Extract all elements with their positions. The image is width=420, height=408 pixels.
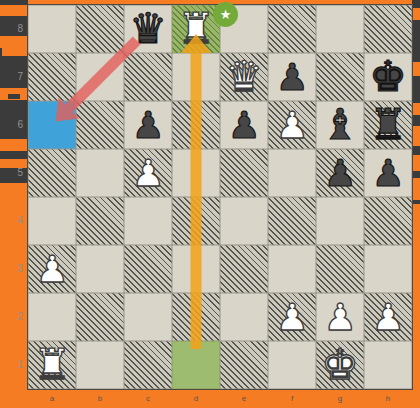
piece-white-queen-e7[interactable]: ♛ xyxy=(225,56,263,98)
rank-label-4: 4 xyxy=(0,197,23,245)
square-e2[interactable] xyxy=(220,293,268,341)
square-a1[interactable]: ♜ xyxy=(28,341,76,389)
square-b2[interactable] xyxy=(76,293,124,341)
square-h5[interactable]: ♟ xyxy=(364,149,412,197)
square-f8[interactable] xyxy=(268,5,316,53)
piece-black-pawn-f7[interactable]: ♟ xyxy=(275,59,308,96)
best-move-star-badge: ★ xyxy=(213,2,238,27)
chess-analysis-app: ♛♜♛♟♚♟♟♟♝♜♟♟♟♟♟♟♟♜♚ ★ 87654321abcdefgh xyxy=(0,0,420,408)
square-f7[interactable]: ♟ xyxy=(268,53,316,101)
square-f6[interactable]: ♟ xyxy=(268,101,316,149)
square-c3[interactable] xyxy=(124,245,172,293)
square-b7[interactable] xyxy=(76,53,124,101)
square-f2[interactable]: ♟ xyxy=(268,293,316,341)
green-move-highlight xyxy=(172,341,220,389)
square-e3[interactable] xyxy=(220,245,268,293)
decorative-piece-fragment xyxy=(412,8,420,20)
right-decor-panel xyxy=(412,0,420,204)
piece-white-pawn-c5[interactable]: ♟ xyxy=(131,155,164,192)
piece-white-pawn-f2[interactable]: ♟ xyxy=(275,299,308,336)
square-c4[interactable] xyxy=(124,197,172,245)
piece-black-pawn-h5[interactable]: ♟ xyxy=(371,155,404,192)
piece-white-king-g1[interactable]: ♚ xyxy=(321,344,359,386)
square-g3[interactable] xyxy=(316,245,364,293)
decorative-piece-fragment xyxy=(412,62,420,76)
piece-black-rook-h6[interactable]: ♜ xyxy=(369,104,407,146)
square-a6[interactable] xyxy=(28,101,76,149)
square-b8[interactable] xyxy=(76,5,124,53)
square-b3[interactable] xyxy=(76,245,124,293)
decorative-piece-fragment xyxy=(412,126,420,146)
square-d1[interactable] xyxy=(172,341,220,389)
rank-label-1: 1 xyxy=(0,341,23,389)
rank-label-5: 5 xyxy=(0,149,23,197)
square-d6[interactable] xyxy=(172,101,220,149)
square-d3[interactable] xyxy=(172,245,220,293)
square-a7[interactable] xyxy=(28,53,76,101)
square-d5[interactable] xyxy=(172,149,220,197)
square-f3[interactable] xyxy=(268,245,316,293)
square-c2[interactable] xyxy=(124,293,172,341)
square-f1[interactable] xyxy=(268,341,316,389)
square-e5[interactable] xyxy=(220,149,268,197)
square-d4[interactable] xyxy=(172,197,220,245)
square-a3[interactable]: ♟ xyxy=(28,245,76,293)
piece-black-bishop-g6[interactable]: ♝ xyxy=(321,104,359,146)
square-a2[interactable] xyxy=(28,293,76,341)
square-g7[interactable] xyxy=(316,53,364,101)
square-d2[interactable] xyxy=(172,293,220,341)
piece-black-pawn-g5[interactable]: ♟ xyxy=(323,155,356,192)
square-a4[interactable] xyxy=(28,197,76,245)
square-c5[interactable]: ♟ xyxy=(124,149,172,197)
square-e1[interactable] xyxy=(220,341,268,389)
square-e4[interactable] xyxy=(220,197,268,245)
square-b5[interactable] xyxy=(76,149,124,197)
square-b4[interactable] xyxy=(76,197,124,245)
piece-white-pawn-a3[interactable]: ♟ xyxy=(35,251,68,288)
square-g2[interactable]: ♟ xyxy=(316,293,364,341)
file-label-c: c xyxy=(124,389,172,408)
decorative-piece-fragment xyxy=(412,178,420,200)
rank-label-6: 6 xyxy=(0,101,23,149)
piece-black-queen-c8[interactable]: ♛ xyxy=(129,8,167,50)
file-label-h: h xyxy=(364,389,412,408)
square-e7[interactable]: ♛ xyxy=(220,53,268,101)
chess-board: ♛♜♛♟♚♟♟♟♝♜♟♟♟♟♟♟♟♜♚ xyxy=(28,5,412,389)
piece-white-pawn-f6[interactable]: ♟ xyxy=(275,107,308,144)
rank-label-2: 2 xyxy=(0,293,23,341)
square-h1[interactable] xyxy=(364,341,412,389)
file-label-a: a xyxy=(28,389,76,408)
square-c6[interactable]: ♟ xyxy=(124,101,172,149)
square-h6[interactable]: ♜ xyxy=(364,101,412,149)
square-g4[interactable] xyxy=(316,197,364,245)
decorative-piece-fragment xyxy=(412,155,420,171)
square-c8[interactable]: ♛ xyxy=(124,5,172,53)
piece-white-rook-d8[interactable]: ♜ xyxy=(177,8,215,50)
rank-label-7: 7 xyxy=(0,53,23,101)
square-c1[interactable] xyxy=(124,341,172,389)
square-h2[interactable]: ♟ xyxy=(364,293,412,341)
square-h4[interactable] xyxy=(364,197,412,245)
file-label-b: b xyxy=(76,389,124,408)
square-f5[interactable] xyxy=(268,149,316,197)
square-h8[interactable] xyxy=(364,5,412,53)
square-h3[interactable] xyxy=(364,245,412,293)
square-b6[interactable] xyxy=(76,101,124,149)
file-label-d: d xyxy=(172,389,220,408)
file-label-e: e xyxy=(220,389,268,408)
file-label-g: g xyxy=(316,389,364,408)
square-b1[interactable] xyxy=(76,341,124,389)
square-g1[interactable]: ♚ xyxy=(316,341,364,389)
piece-black-pawn-c6[interactable]: ♟ xyxy=(131,107,164,144)
square-g6[interactable]: ♝ xyxy=(316,101,364,149)
square-c7[interactable] xyxy=(124,53,172,101)
square-e6[interactable]: ♟ xyxy=(220,101,268,149)
square-g8[interactable] xyxy=(316,5,364,53)
square-a5[interactable] xyxy=(28,149,76,197)
square-f4[interactable] xyxy=(268,197,316,245)
square-a8[interactable] xyxy=(28,5,76,53)
rank-label-8: 8 xyxy=(0,5,23,53)
decorative-piece-fragment xyxy=(412,103,420,115)
square-h7[interactable]: ♚ xyxy=(364,53,412,101)
piece-white-pawn-g2[interactable]: ♟ xyxy=(323,299,356,336)
piece-black-pawn-e6[interactable]: ♟ xyxy=(227,107,260,144)
piece-white-pawn-h2[interactable]: ♟ xyxy=(371,299,404,336)
star-icon: ★ xyxy=(220,8,232,21)
piece-black-king-h7[interactable]: ♚ xyxy=(369,56,407,98)
square-d7[interactable] xyxy=(172,53,220,101)
file-label-f: f xyxy=(268,389,316,408)
piece-white-rook-a1[interactable]: ♜ xyxy=(33,344,71,386)
rank-label-3: 3 xyxy=(0,245,23,293)
square-g5[interactable]: ♟ xyxy=(316,149,364,197)
